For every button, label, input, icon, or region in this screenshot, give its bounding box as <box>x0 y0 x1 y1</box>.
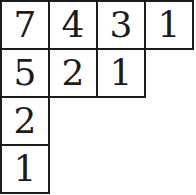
grid-cell-r1c1: 7 <box>0 0 50 50</box>
grid-cell-r3c1: 2 <box>0 96 50 146</box>
grid-cell-r1c4: 1 <box>144 0 194 50</box>
grid-cell-r1c2: 4 <box>48 0 98 50</box>
grid-cell-r1c3: 3 <box>96 0 146 50</box>
grid-row-2: 5 2 1 <box>0 48 146 98</box>
grid-row-4: 1 <box>0 144 50 194</box>
grid-cell-r4c1: 1 <box>0 144 50 194</box>
grid-row-3: 2 <box>0 96 50 146</box>
grid-cell-r2c3: 1 <box>96 48 146 98</box>
grid-cell-r2c2: 2 <box>48 48 98 98</box>
grid-cell-r2c1: 5 <box>0 48 50 98</box>
grid-row-1: 7 4 3 1 <box>0 0 194 50</box>
number-grid-board: 7 4 3 1 5 2 1 2 1 <box>0 0 196 194</box>
